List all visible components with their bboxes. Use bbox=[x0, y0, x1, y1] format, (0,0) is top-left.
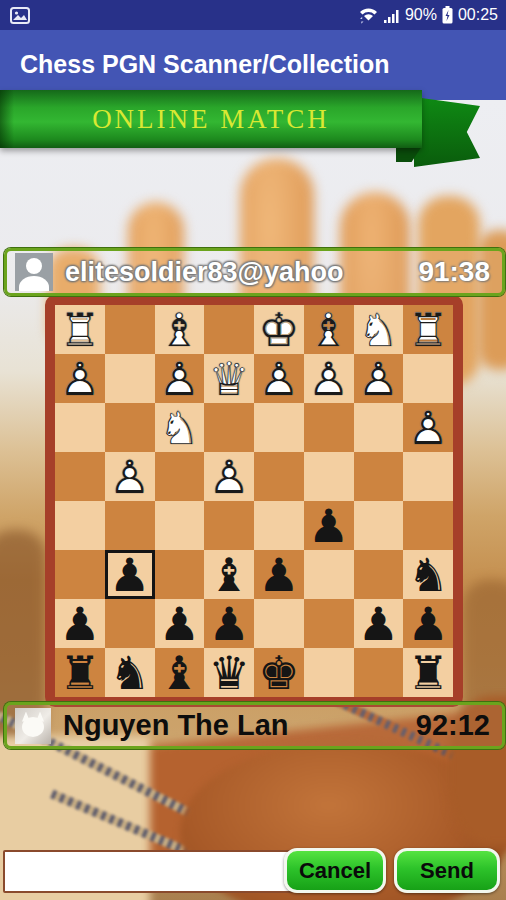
square-b5[interactable] bbox=[105, 501, 155, 550]
square-c6[interactable] bbox=[155, 550, 205, 599]
square-g7[interactable]: ♟ bbox=[354, 599, 404, 648]
square-g8[interactable] bbox=[354, 648, 404, 697]
square-b7[interactable] bbox=[105, 599, 155, 648]
image-notification-icon bbox=[10, 7, 30, 24]
square-f3[interactable] bbox=[304, 403, 354, 452]
black-pawn-c7: ♟ bbox=[155, 599, 205, 648]
square-e7[interactable] bbox=[254, 599, 304, 648]
square-c1[interactable]: ♝♗ bbox=[155, 305, 205, 354]
player-bottom-clock: 92:12 bbox=[416, 709, 490, 742]
white-knight-c3: ♞♘ bbox=[155, 403, 205, 452]
square-h5[interactable] bbox=[403, 501, 453, 550]
square-c4[interactable] bbox=[155, 452, 205, 501]
black-rook-h8: ♜ bbox=[403, 648, 453, 697]
white-bishop-f1: ♝♗ bbox=[304, 305, 354, 354]
square-e8[interactable]: ♚ bbox=[254, 648, 304, 697]
player-top-name: elitesoldier83@yahoo bbox=[65, 257, 343, 288]
square-h4[interactable] bbox=[403, 452, 453, 501]
square-g1[interactable]: ♞♘ bbox=[354, 305, 404, 354]
square-b1[interactable] bbox=[105, 305, 155, 354]
square-a1[interactable]: ♜♖ bbox=[55, 305, 105, 354]
square-a4[interactable] bbox=[55, 452, 105, 501]
square-f8[interactable] bbox=[304, 648, 354, 697]
square-c2[interactable]: ♟♙ bbox=[155, 354, 205, 403]
white-knight-g1: ♞♘ bbox=[354, 305, 404, 354]
square-f2[interactable]: ♟♙ bbox=[304, 354, 354, 403]
player-bottom-bar[interactable]: Nguyen The Lan 92:12 bbox=[4, 702, 505, 749]
square-g4[interactable] bbox=[354, 452, 404, 501]
white-pawn-e2: ♟♙ bbox=[254, 354, 304, 403]
square-d4[interactable]: ♟♙ bbox=[204, 452, 254, 501]
black-pawn-b6: ♟ bbox=[105, 550, 155, 599]
app-bar: Chess PGN Scanner/Collection bbox=[0, 30, 506, 100]
black-pawn-h7: ♟ bbox=[403, 599, 453, 648]
black-knight-h6: ♞ bbox=[403, 550, 453, 599]
square-f6[interactable] bbox=[304, 550, 354, 599]
black-king-e8: ♚ bbox=[254, 648, 304, 697]
black-bishop-d6: ♝ bbox=[204, 550, 254, 599]
square-h6[interactable]: ♞ bbox=[403, 550, 453, 599]
square-c5[interactable] bbox=[155, 501, 205, 550]
chess-board[interactable]: ♜♖♝♗♚♔♝♗♞♘♜♖♟♙♟♙♛♕♟♙♟♙♟♙♞♘♟♙♟♙♟♙♟♟♝♟♞♟♟♟… bbox=[45, 295, 463, 707]
square-h3[interactable]: ♟♙ bbox=[403, 403, 453, 452]
square-h2[interactable] bbox=[403, 354, 453, 403]
white-pawn-a2: ♟♙ bbox=[55, 354, 105, 403]
square-h8[interactable]: ♜ bbox=[403, 648, 453, 697]
square-e5[interactable] bbox=[254, 501, 304, 550]
square-d2[interactable]: ♛♕ bbox=[204, 354, 254, 403]
message-input[interactable] bbox=[3, 850, 293, 893]
square-b4[interactable]: ♟♙ bbox=[105, 452, 155, 501]
white-pawn-f2: ♟♙ bbox=[304, 354, 354, 403]
white-rook-a1: ♜♖ bbox=[55, 305, 105, 354]
square-b3[interactable] bbox=[105, 403, 155, 452]
white-pawn-b4: ♟♙ bbox=[105, 452, 155, 501]
white-rook-h1: ♜♖ bbox=[403, 305, 453, 354]
square-c7[interactable]: ♟ bbox=[155, 599, 205, 648]
player-top-avatar bbox=[15, 253, 53, 291]
black-pawn-f5: ♟ bbox=[304, 501, 354, 550]
square-f5[interactable]: ♟ bbox=[304, 501, 354, 550]
square-g3[interactable] bbox=[354, 403, 404, 452]
square-a6[interactable] bbox=[55, 550, 105, 599]
square-g5[interactable] bbox=[354, 501, 404, 550]
square-b6[interactable]: ♟ bbox=[105, 550, 155, 599]
battery-percent: 90% bbox=[405, 6, 437, 24]
black-pawn-e6: ♟ bbox=[254, 550, 304, 599]
cancel-button[interactable]: Cancel bbox=[284, 848, 386, 893]
clock-time: 00:25 bbox=[458, 6, 498, 24]
square-h7[interactable]: ♟ bbox=[403, 599, 453, 648]
white-king-e1: ♚♔ bbox=[254, 305, 304, 354]
square-e4[interactable] bbox=[254, 452, 304, 501]
bottom-controls: Cancel Send bbox=[0, 845, 506, 900]
player-bottom-name: Nguyen The Lan bbox=[63, 709, 289, 742]
white-pawn-c2: ♟♙ bbox=[155, 354, 205, 403]
app-screen: 90% 00:25 Chess PGN Scanner/Collection O… bbox=[0, 0, 506, 900]
square-h1[interactable]: ♜♖ bbox=[403, 305, 453, 354]
square-e3[interactable] bbox=[254, 403, 304, 452]
square-d7[interactable]: ♟ bbox=[204, 599, 254, 648]
square-e2[interactable]: ♟♙ bbox=[254, 354, 304, 403]
white-pawn-h3: ♟♙ bbox=[403, 403, 453, 452]
square-f1[interactable]: ♝♗ bbox=[304, 305, 354, 354]
battery-icon bbox=[442, 6, 453, 24]
square-d3[interactable] bbox=[204, 403, 254, 452]
white-pawn-g2: ♟♙ bbox=[354, 354, 404, 403]
square-a8[interactable]: ♜ bbox=[55, 648, 105, 697]
black-queen-d8: ♛ bbox=[204, 648, 254, 697]
player-top-bar[interactable]: elitesoldier83@yahoo 91:38 bbox=[4, 248, 505, 296]
square-d1[interactable] bbox=[204, 305, 254, 354]
square-f4[interactable] bbox=[304, 452, 354, 501]
square-a7[interactable]: ♟ bbox=[55, 599, 105, 648]
player-top-clock: 91:38 bbox=[418, 256, 490, 288]
square-a2[interactable]: ♟♙ bbox=[55, 354, 105, 403]
wifi-icon bbox=[358, 6, 379, 24]
black-rook-a8: ♜ bbox=[55, 648, 105, 697]
send-button[interactable]: Send bbox=[394, 848, 500, 893]
black-bishop-c8: ♝ bbox=[155, 648, 205, 697]
player-bottom-avatar bbox=[15, 708, 51, 744]
square-c8[interactable]: ♝ bbox=[155, 648, 205, 697]
black-pawn-d7: ♟ bbox=[204, 599, 254, 648]
black-knight-b8: ♞ bbox=[105, 648, 155, 697]
square-d5[interactable] bbox=[204, 501, 254, 550]
square-b2[interactable] bbox=[105, 354, 155, 403]
white-bishop-c1: ♝♗ bbox=[155, 305, 205, 354]
page-title: Chess PGN Scanner/Collection bbox=[20, 50, 390, 79]
square-g2[interactable]: ♟♙ bbox=[354, 354, 404, 403]
black-pawn-a7: ♟ bbox=[55, 599, 105, 648]
status-bar: 90% 00:25 bbox=[0, 0, 506, 30]
signal-icon bbox=[384, 8, 400, 23]
square-g6[interactable] bbox=[354, 550, 404, 599]
square-b8[interactable]: ♞ bbox=[105, 648, 155, 697]
square-e6[interactable]: ♟ bbox=[254, 550, 304, 599]
white-pawn-d4: ♟♙ bbox=[204, 452, 254, 501]
square-e1[interactable]: ♚♔ bbox=[254, 305, 304, 354]
square-f7[interactable] bbox=[304, 599, 354, 648]
square-a5[interactable] bbox=[55, 501, 105, 550]
square-d6[interactable]: ♝ bbox=[204, 550, 254, 599]
square-d8[interactable]: ♛ bbox=[204, 648, 254, 697]
black-pawn-g7: ♟ bbox=[354, 599, 404, 648]
square-a3[interactable] bbox=[55, 403, 105, 452]
square-c3[interactable]: ♞♘ bbox=[155, 403, 205, 452]
white-queen-d2: ♛♕ bbox=[204, 354, 254, 403]
